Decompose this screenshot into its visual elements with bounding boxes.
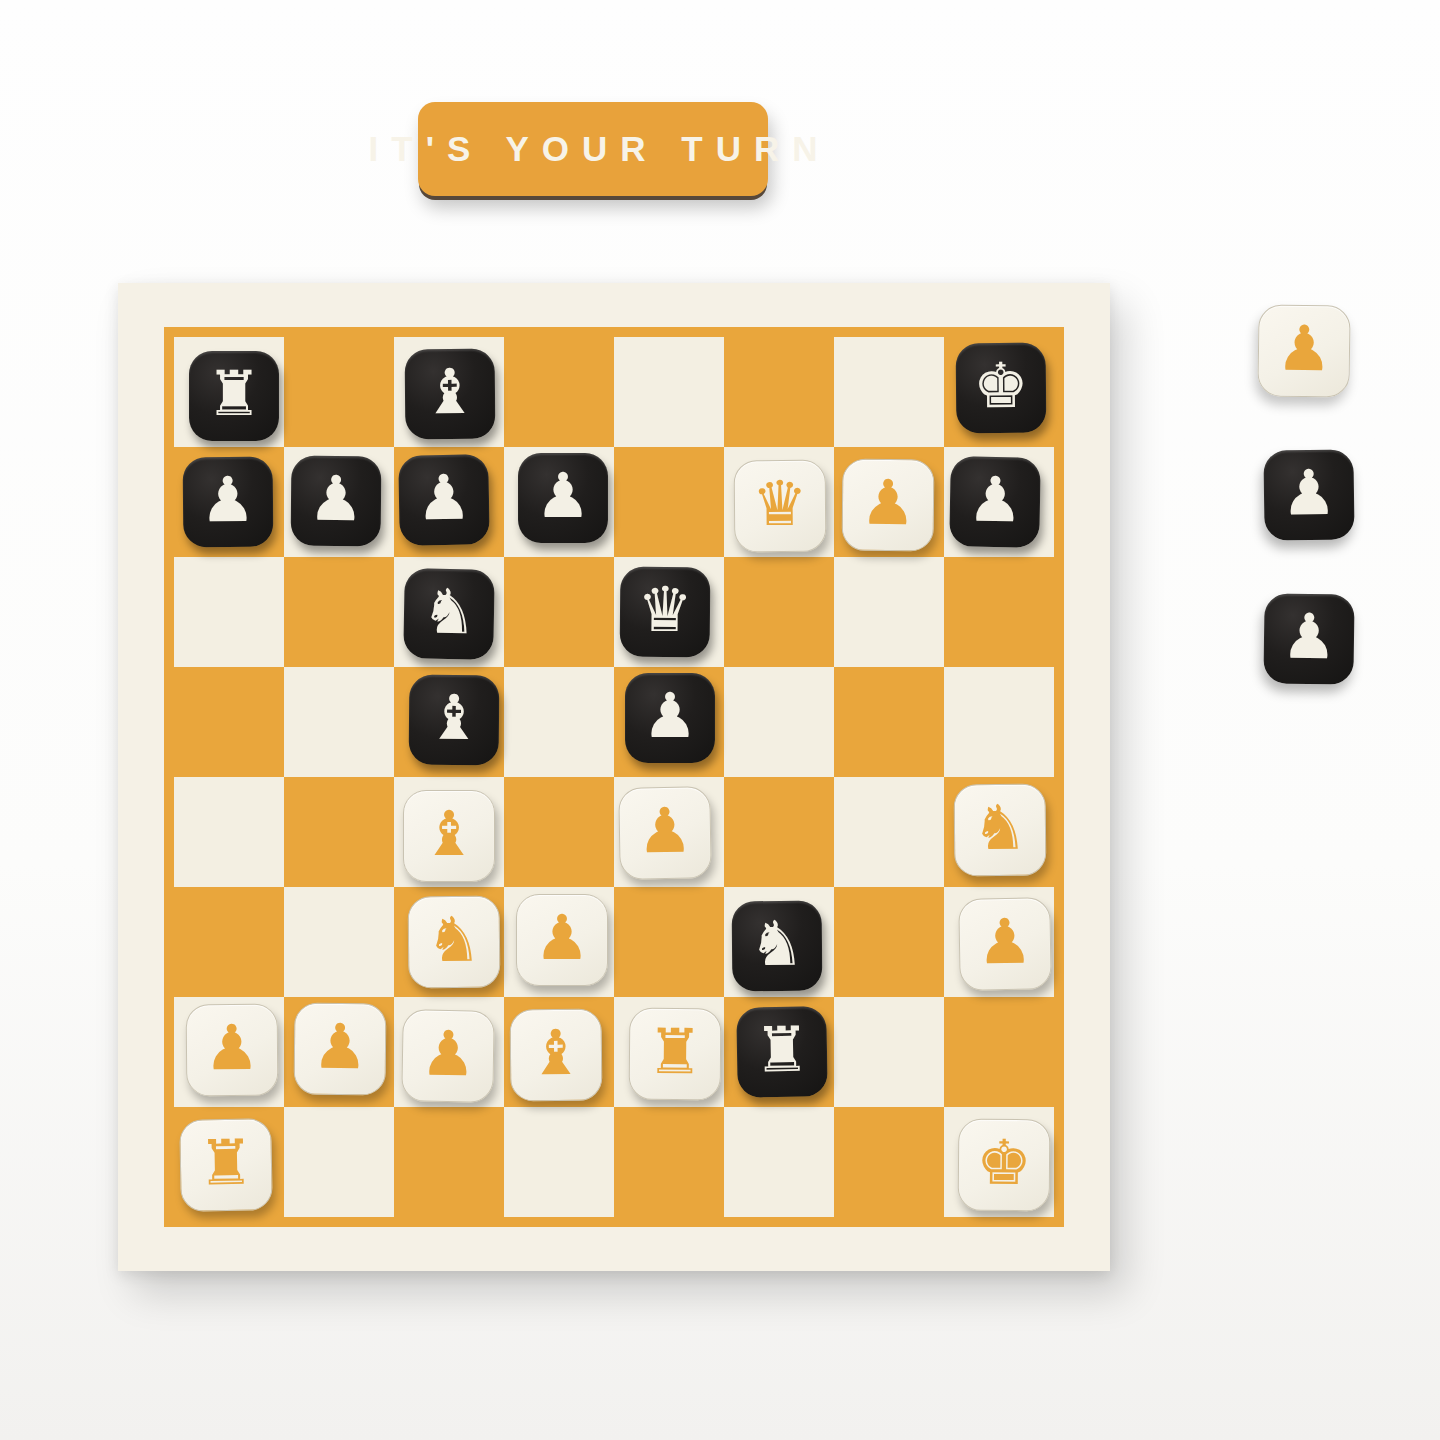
square-e3 [614, 887, 724, 997]
piece-white-bishop-d2[interactable]: ♝ [510, 1009, 603, 1102]
piece-black-rook-f2[interactable]: ♜ [736, 1006, 828, 1098]
square-e7 [614, 447, 724, 557]
pawn-icon: ♟ [419, 1009, 476, 1100]
square-d1 [504, 1107, 614, 1217]
queen-icon: ♛ [637, 565, 693, 655]
pawn-icon: ♟ [976, 897, 1033, 988]
piece-black-pawn-e5[interactable]: ♟ [625, 673, 715, 763]
square-f5 [724, 667, 834, 777]
square-h5 [944, 667, 1054, 777]
piece-white-pawn-g7[interactable]: ♟ [842, 459, 935, 552]
piece-black-king-h8[interactable]: ♚ [956, 343, 1047, 434]
piece-black-pawn-tray2[interactable]: ♟ [1263, 449, 1354, 540]
piece-black-pawn-c7[interactable]: ♟ [398, 454, 490, 546]
knight-icon: ♞ [749, 899, 805, 989]
piece-black-pawn-a7[interactable]: ♟ [183, 457, 274, 548]
pawn-icon: ♟ [308, 454, 364, 544]
square-f8 [724, 337, 834, 447]
square-a3 [174, 887, 284, 997]
rook-icon: ♜ [647, 1007, 703, 1097]
piece-black-pawn-tray3[interactable]: ♟ [1263, 593, 1354, 684]
piece-white-pawn-b2[interactable]: ♟ [294, 1003, 387, 1096]
pawn-icon: ♟ [642, 671, 698, 761]
piece-white-rook-a1[interactable]: ♜ [179, 1118, 273, 1212]
piece-black-pawn-h7[interactable]: ♟ [949, 456, 1041, 548]
piece-black-pawn-d7[interactable]: ♟ [518, 453, 608, 543]
bishop-icon: ♝ [528, 1008, 584, 1098]
square-f6 [724, 557, 834, 667]
square-g2 [834, 997, 944, 1107]
square-d4 [504, 777, 614, 887]
piece-black-pawn-b7[interactable]: ♟ [291, 456, 382, 547]
square-b8 [284, 337, 394, 447]
square-f1 [724, 1107, 834, 1217]
piece-black-queen-e6[interactable]: ♛ [620, 567, 711, 658]
square-a6 [174, 557, 284, 667]
square-e1 [614, 1107, 724, 1217]
board-squares: ♜♝♚♟♟♟♟♛♟♟♞♛♝♟♝♟♞♞♟♞♟♟♟♟♝♜♜♜♚ [174, 337, 1054, 1217]
piece-black-rook-a8[interactable]: ♜ [189, 351, 279, 441]
piece-black-bishop-c5[interactable]: ♝ [409, 675, 500, 766]
turn-indicator-label: IT'S YOUR TURN [356, 129, 831, 169]
pawn-icon: ♟ [1281, 448, 1338, 539]
pawn-icon: ♟ [415, 453, 472, 544]
rook-icon: ♜ [197, 1118, 254, 1209]
pawn-icon: ♟ [1276, 304, 1333, 395]
piece-white-pawn-h3[interactable]: ♟ [958, 897, 1052, 991]
square-d8 [504, 337, 614, 447]
square-h6 [944, 557, 1054, 667]
square-e8 [614, 337, 724, 447]
square-b6 [284, 557, 394, 667]
chess-board: ♜♝♚♟♟♟♟♛♟♟♞♛♝♟♝♟♞♞♟♞♟♟♟♟♝♜♜♜♚ [118, 283, 1110, 1271]
square-b4 [284, 777, 394, 887]
square-d6 [504, 557, 614, 667]
rook-icon: ♜ [206, 349, 262, 439]
king-icon: ♚ [973, 341, 1029, 431]
pawn-icon: ♟ [312, 1002, 368, 1092]
piece-white-pawn-a2[interactable]: ♟ [186, 1004, 279, 1097]
square-b1 [284, 1107, 394, 1217]
pawn-icon: ♟ [534, 893, 590, 983]
piece-white-pawn-e4[interactable]: ♟ [618, 786, 712, 880]
square-g6 [834, 557, 944, 667]
queen-icon: ♛ [752, 459, 808, 549]
piece-white-knight-h4[interactable]: ♞ [954, 784, 1047, 877]
piece-black-knight-f3[interactable]: ♞ [732, 901, 823, 992]
square-f4 [724, 777, 834, 887]
king-icon: ♚ [976, 1118, 1032, 1208]
pawn-icon: ♟ [535, 451, 591, 541]
pawn-icon: ♟ [860, 458, 916, 548]
piece-white-king-h1[interactable]: ♚ [958, 1119, 1051, 1212]
square-g1 [834, 1107, 944, 1217]
rook-icon: ♜ [753, 1005, 810, 1096]
pawn-icon: ♟ [1281, 592, 1338, 683]
pawn-icon: ♟ [204, 1003, 260, 1093]
square-b3 [284, 887, 394, 997]
pawn-icon: ♟ [966, 455, 1023, 546]
piece-white-rook-e2[interactable]: ♜ [629, 1008, 722, 1101]
board-frame: ♜♝♚♟♟♟♟♛♟♟♞♛♝♟♝♟♞♞♟♞♟♟♟♟♝♜♜♜♚ [164, 327, 1064, 1227]
piece-white-pawn-d3[interactable]: ♟ [516, 894, 608, 986]
piece-white-pawn-tray1[interactable]: ♟ [1257, 304, 1350, 397]
square-d5 [504, 667, 614, 777]
knight-icon: ♞ [426, 895, 482, 985]
square-g3 [834, 887, 944, 997]
square-g8 [834, 337, 944, 447]
piece-white-pawn-c2[interactable]: ♟ [401, 1009, 495, 1103]
knight-icon: ♞ [420, 567, 477, 658]
knight-icon: ♞ [972, 783, 1028, 873]
square-b5 [284, 667, 394, 777]
piece-white-knight-c3[interactable]: ♞ [408, 896, 501, 989]
bishop-icon: ♝ [421, 789, 477, 879]
square-g4 [834, 777, 944, 887]
captured-pieces-tray: ♟♟♟ [1256, 300, 1366, 720]
square-c1 [394, 1107, 504, 1217]
pawn-icon: ♟ [200, 455, 256, 545]
square-h2 [944, 997, 1054, 1107]
bishop-icon: ♝ [426, 673, 482, 763]
square-a4 [174, 777, 284, 887]
bishop-icon: ♝ [422, 347, 478, 437]
scene: IT'S YOUR TURN ♜♝♚♟♟♟♟♛♟♟♞♛♝♟♝♟♞♞♟♞♟♟♟♟♝… [0, 0, 1440, 1440]
square-a5 [174, 667, 284, 777]
piece-black-bishop-c8[interactable]: ♝ [405, 349, 496, 440]
square-g5 [834, 667, 944, 777]
turn-indicator-sign[interactable]: IT'S YOUR TURN [418, 102, 768, 196]
piece-black-knight-c6[interactable]: ♞ [403, 568, 495, 660]
piece-white-bishop-c4[interactable]: ♝ [403, 790, 495, 882]
pawn-icon: ♟ [636, 786, 693, 877]
piece-white-queen-f7[interactable]: ♛ [734, 460, 827, 553]
